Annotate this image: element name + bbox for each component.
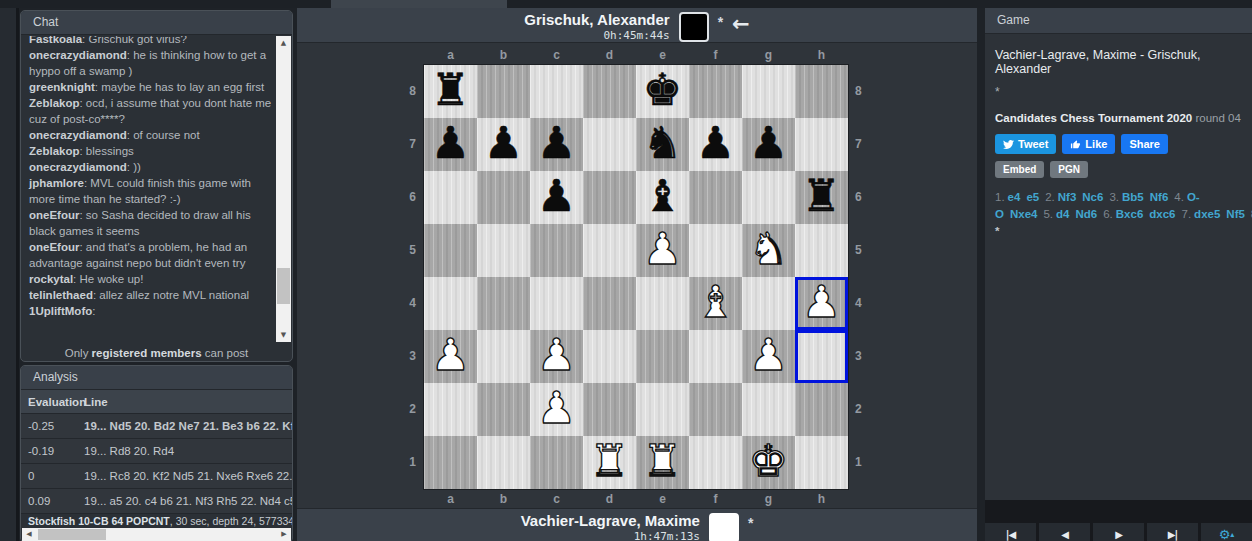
rank-labels-left: 87654321 [297,65,416,489]
engine-line-moves: 19... Rc8 20. Kf2 Nd5 21. Nxe6 Rxe6 22. … [84,470,292,482]
scroll-down-icon[interactable]: ▼ [276,328,291,342]
rank-label-3: 3 [855,330,883,383]
chat-message-text: : He woke up! [73,273,143,285]
square-b2[interactable] [477,383,530,436]
square-d1[interactable]: ♜ [583,436,636,489]
square-f7[interactable]: ♟ [689,118,742,171]
settings-icon: ⚙ [1219,527,1231,541]
scroll-left-icon[interactable]: ◀ [22,528,36,541]
chat-message-text: : Grischuk got virus? [82,36,187,45]
square-g4[interactable] [742,277,795,330]
rank-label-5: 5 [297,224,416,277]
square-h8[interactable] [795,65,848,118]
top-player-bar: Grischuk, Alexander 0h:45m:44s * ← [297,8,977,43]
move-black[interactable]: Nxe4 [1010,208,1038,220]
chat-message: onecrazydiamond: of course not [29,127,273,143]
black-rook: ♜ [424,65,477,118]
top-strip [0,0,1252,8]
square-c6[interactable]: ♟ [530,171,583,224]
chat-username: Zeblakop [29,97,79,109]
rank-label-6: 6 [297,171,416,224]
square-c1[interactable] [530,436,583,489]
square-e8[interactable]: ♚ [636,65,689,118]
evaluation-value: -0.25 [21,420,84,432]
rank-label-1: 1 [855,436,883,489]
square-d2[interactable] [583,383,636,436]
chat-message: rockytal: He woke up! [29,271,273,287]
left-sidebar-divider [16,8,19,541]
chat-message-text: : of course not [127,129,200,141]
analysis-row[interactable]: -0.1919... Rd8 20. Rd4 [21,439,292,464]
move-number: 6. [1103,208,1113,220]
analysis-scrollbar[interactable]: ◀ ▶ [22,528,291,541]
file-label-g: g [742,491,795,508]
file-label-d: d [583,45,636,65]
rank-label-4: 4 [297,277,416,330]
chat-username: 1UpliftMofo [29,305,92,317]
move-number: 3. [1109,191,1119,203]
move-black[interactable]: e5 [1026,191,1039,203]
engine-status: Stockfish 10-CB 64 POPCNT, 30 sec, depth… [21,514,292,528]
nav-area: |◀◀▶▶|⚙▴ [985,500,1252,541]
black-pawn: ♟ [742,118,795,171]
file-label-a: a [424,45,477,65]
square-a5[interactable] [424,224,477,277]
top-player-info: Grischuk, Alexander 0h:45m:44s [524,11,669,42]
square-g8[interactable] [742,65,795,118]
chat-username: greenknight [29,81,95,93]
share-button[interactable]: Share [1121,134,1168,154]
square-c8[interactable] [530,65,583,118]
move-list-result: * [995,225,999,237]
square-h6[interactable]: ♜ [795,171,848,224]
chat-messages-viewport[interactable]: Fastkoala: Grischuk got virus?onecrazydi… [21,36,275,343]
square-a3[interactable]: ♟ [424,330,477,383]
game-header: Game [985,8,1252,34]
next-icon: ▶ [1115,529,1122,540]
white-rook: ♜ [636,436,689,489]
square-f5[interactable] [689,224,742,277]
square-h4[interactable]: ♟ [795,277,848,330]
rank-label-2: 2 [855,383,883,436]
evaluation-column-header: Evaluation [21,396,84,408]
square-g5[interactable]: ♞ [742,224,795,277]
chat-message: onecrazydiamond: he is thinking how to g… [29,47,273,79]
analysis-row[interactable]: 019... Rc8 20. Kf2 Nd5 21. Nxe6 Rxe6 22.… [21,464,292,489]
scroll-right-icon[interactable]: ▶ [277,528,291,541]
game-result: * [995,85,1242,99]
chat-username: onecrazydiamond [29,49,127,61]
chat-footer: Only registered members can post [21,347,292,359]
pgn-button[interactable]: PGN [1050,161,1088,178]
file-label-a: a [424,491,477,508]
white-pawn: ♟ [530,383,583,436]
rank-label-7: 7 [855,118,883,171]
move-number: 5. [1043,208,1053,220]
square-b5[interactable] [477,224,530,277]
white-player-indicator [709,513,739,541]
square-a8[interactable]: ♜ [424,65,477,118]
chess-board: ♜♚♟♟♟♞♟♟♟♝♜♟♞♝♟♟♟♟♟♜♜♚ [424,65,848,489]
square-h1[interactable] [795,436,848,489]
square-e4[interactable] [636,277,689,330]
black-pawn: ♟ [477,118,530,171]
chat-messages: Fastkoala: Grischuk got virus?onecrazydi… [29,36,273,319]
rank-label-1: 1 [297,436,416,489]
skip-start-button[interactable]: |◀ [985,523,1036,541]
square-e3[interactable] [636,330,689,383]
square-b1[interactable] [477,436,530,489]
nav-buttons: |◀◀▶▶|⚙▴ [985,523,1252,541]
square-e2[interactable] [636,383,689,436]
analysis-scrollbar-thumb[interactable] [38,529,106,540]
chat-panel: Chat Fastkoala: Grischuk got virus?onecr… [20,10,293,362]
chat-message: jphamlore: MVL could finish this game wi… [29,175,273,207]
prev-button[interactable]: ◀ [1039,523,1090,541]
chat-scrollbar-thumb[interactable] [277,268,290,304]
white-bishop: ♝ [689,277,742,330]
like-button[interactable]: Like [1062,134,1115,154]
left-sidebar-strip [0,8,16,541]
black-pawn: ♟ [530,171,583,224]
move-list: 1.e4e52.Nf3Nc63.Bb5Nf64.O-ONxe45.d4Nd66.… [995,189,1242,240]
engine-line-moves: 19... Rd8 20. Rd4 [84,445,292,457]
rank-labels-right: 87654321 [853,65,883,489]
bottom-result-marker: * [748,515,753,541]
chat-message: oneEfour: so Sasha decided to draw all h… [29,207,273,239]
rank-label-6: 6 [855,171,883,224]
file-labels-bottom: abcdefgh [424,491,848,508]
evaluation-value: 0 [21,470,84,482]
analysis-column-headers: Evaluation Line [21,390,292,414]
square-b6[interactable] [477,171,530,224]
settings-button[interactable]: ⚙▴ [1201,523,1252,541]
rank-label-5: 5 [855,224,883,277]
evaluation-value: 0.09 [21,495,84,507]
chat-message: telinlethaed: allez allez notre MVL nati… [29,287,273,303]
square-d4[interactable] [583,277,636,330]
black-pawn: ♟ [424,118,477,171]
square-h3[interactable] [795,330,848,383]
move-black[interactable]: Nc6 [1082,191,1103,203]
next-button[interactable]: ▶ [1093,523,1144,541]
square-g6[interactable] [742,171,795,224]
social-buttons: Tweet Like Share [995,134,1242,154]
square-b3[interactable] [477,330,530,383]
square-h2[interactable] [795,383,848,436]
chat-message-text: : allez allez notre MVL national [93,289,249,301]
black-bishop: ♝ [636,171,689,224]
engine-line-moves: 19... a5 20. c4 b6 21. Nf3 Rh5 22. Nd4 c… [84,495,292,507]
white-pawn: ♟ [636,224,689,277]
top-result-marker: * [718,14,723,42]
board-column: Grischuk, Alexander 0h:45m:44s * ← abcde… [297,8,977,541]
file-label-d: d [583,491,636,508]
chat-username: telinlethaed [29,289,93,301]
chat-message: Zeblakop: ocd, i assume that you dont ha… [29,95,273,127]
chat-username: onecrazydiamond [29,129,127,141]
line-column-header: Line [84,396,108,408]
top-player-name: Grischuk, Alexander [524,11,669,29]
chat-message: onecrazydiamond: )) [29,159,273,175]
tweet-button[interactable]: Tweet [995,134,1056,154]
chat-username: onecrazydiamond [29,161,127,173]
square-b4[interactable] [477,277,530,330]
rank-label-7: 7 [297,118,416,171]
square-f8[interactable] [689,65,742,118]
embed-button[interactable]: Embed [995,161,1044,178]
square-e6[interactable]: ♝ [636,171,689,224]
square-g3[interactable]: ♟ [742,330,795,383]
square-d8[interactable] [583,65,636,118]
file-label-b: b [477,45,530,65]
move-number: 7. [1182,208,1192,220]
rank-label-2: 2 [297,383,416,436]
black-pawn: ♟ [530,118,583,171]
prev-icon: ◀ [1061,529,1068,540]
square-a4[interactable] [424,277,477,330]
file-label-g: g [742,45,795,65]
file-label-e: e [636,45,689,65]
chat-message: Zeblakop: blessings [29,143,273,159]
analysis-rows: -0.2519... Nd5 20. Bd2 Ne7 21. Be3 b6 22… [21,414,292,514]
top-player-clock: 0h:45m:44s [603,29,669,42]
file-label-c: c [530,491,583,508]
chat-message-text: : )) [127,161,141,173]
square-c4[interactable] [530,277,583,330]
white-pawn: ♟ [530,330,583,383]
rank-label-4: 4 [855,277,883,330]
analysis-row[interactable]: 0.0919... a5 20. c4 b6 21. Nf3 Rh5 22. N… [21,489,292,514]
bottom-player-name: Vachier-Lagrave, Maxime [521,512,700,530]
move-white[interactable]: dxe5 [1194,208,1220,220]
square-g1[interactable]: ♚ [742,436,795,489]
black-pawn: ♟ [689,118,742,171]
white-pawn: ♟ [742,330,795,383]
file-label-h: h [795,491,848,508]
engine-line-moves: 19... Nd5 20. Bd2 Ne7 21. Be3 b6 22. Kf2 [84,420,292,432]
skip-end-button[interactable]: ▶| [1147,523,1198,541]
export-buttons: Embed PGN [995,161,1242,178]
square-d3[interactable] [583,330,636,383]
square-h5[interactable] [795,224,848,277]
square-d5[interactable] [583,224,636,277]
chat-username: Fastkoala [29,36,82,45]
square-f3[interactable] [689,330,742,383]
square-a2[interactable] [424,383,477,436]
square-e5[interactable]: ♟ [636,224,689,277]
chat-message-text: : [92,305,95,317]
file-label-e: e [636,491,689,508]
twitter-bird-icon [1003,139,1014,150]
rank-label-8: 8 [855,65,883,118]
chat-message: 1UpliftMofo: [29,303,273,319]
square-c5[interactable] [530,224,583,277]
move-white[interactable]: Bb5 [1122,191,1144,203]
game-title: Vachier-Lagrave, Maxime - Grischuk, Alex… [995,48,1242,76]
analysis-header: Analysis [21,366,292,390]
top-scroll-segment[interactable] [331,0,507,8]
chat-username: oneEfour [29,241,79,253]
thumbs-up-icon [1070,139,1081,150]
black-knight: ♞ [636,118,689,171]
move-white[interactable]: d4 [1056,208,1069,220]
move-number: 4. [1174,191,1184,203]
move-black[interactable]: Nd6 [1075,208,1097,220]
back-arrow-icon[interactable]: ← [732,13,750,42]
black-rook: ♜ [795,171,848,224]
square-e7[interactable]: ♞ [636,118,689,171]
chat-message: oneEfour: and that's a problem, he had a… [29,239,273,271]
rank-label-3: 3 [297,330,416,383]
scroll-up-icon[interactable]: ▲ [276,36,291,50]
move-number: 1. [995,191,1005,203]
file-label-b: b [477,491,530,508]
white-pawn: ♟ [795,277,848,330]
file-label-h: h [795,45,848,65]
rank-label-8: 8 [297,65,416,118]
square-g2[interactable] [742,383,795,436]
move-black[interactable]: Nf6 [1150,191,1169,203]
square-d7[interactable] [583,118,636,171]
chat-message: greenknight: maybe he has to lay an egg … [29,79,273,95]
white-knight: ♞ [742,224,795,277]
skip-end-icon: ▶| [1168,529,1177,540]
move-white[interactable]: e4 [1008,191,1021,203]
square-e1[interactable]: ♜ [636,436,689,489]
bottom-player-info: Vachier-Lagrave, Maxime 1h:47m:13s [521,512,700,541]
move-number: 2. [1045,191,1055,203]
square-f2[interactable] [689,383,742,436]
file-label-f: f [689,45,742,65]
game-event: Candidates Chess Tournament 2020 round 0… [995,112,1242,124]
move-white[interactable]: Bxc6 [1116,208,1144,220]
bottom-player-clock: 1h:47m:13s [634,530,700,541]
chat-scrollbar[interactable]: ▲ ▼ [276,36,291,342]
square-f6[interactable] [689,171,742,224]
white-pawn: ♟ [424,330,477,383]
square-a7[interactable]: ♟ [424,118,477,171]
move-black[interactable]: dxc6 [1149,208,1175,220]
square-b7[interactable]: ♟ [477,118,530,171]
move-black[interactable]: Nf5 [1226,208,1245,220]
move-white[interactable]: Nf3 [1058,191,1077,203]
chat-username: Zeblakop [29,145,79,157]
square-g7[interactable]: ♟ [742,118,795,171]
settings-caret-icon: ▴ [1230,530,1234,539]
square-h7[interactable] [795,118,848,171]
analysis-panel: Analysis Evaluation Line -0.2519... Nd5 … [20,365,293,541]
square-d6[interactable] [583,171,636,224]
square-c7[interactable]: ♟ [530,118,583,171]
file-label-c: c [530,45,583,65]
bottom-player-bar: Vachier-Lagrave, Maxime 1h:47m:13s * [297,508,977,541]
square-b8[interactable] [477,65,530,118]
square-a6[interactable] [424,171,477,224]
chat-message: Fastkoala: Grischuk got virus? [29,36,273,47]
chat-message-text: : blessings [79,145,133,157]
chat-message-text: : maybe he has to lay an egg first [95,81,264,93]
skip-start-icon: |◀ [1006,529,1015,540]
black-king: ♚ [636,65,689,118]
analysis-row[interactable]: -0.2519... Nd5 20. Bd2 Ne7 21. Be3 b6 22… [21,414,292,439]
black-player-indicator [679,12,709,42]
chat-username: jphamlore [29,177,84,189]
file-label-f: f [689,491,742,508]
file-labels-top: abcdefgh [424,45,848,65]
white-rook: ♜ [583,436,636,489]
game-panel: Game Vachier-Lagrave, Maxime - Grischuk,… [985,8,1252,541]
evaluation-value: -0.19 [21,445,84,457]
chat-header: Chat [21,11,292,35]
square-f4[interactable]: ♝ [689,277,742,330]
chat-username: oneEfour [29,209,79,221]
square-f1[interactable] [689,436,742,489]
square-a1[interactable] [424,436,477,489]
square-c2[interactable]: ♟ [530,383,583,436]
game-content: Vachier-Lagrave, Maxime - Grischuk, Alex… [985,34,1252,240]
white-king: ♚ [742,436,795,489]
square-c3[interactable]: ♟ [530,330,583,383]
chat-username: rockytal [29,273,73,285]
